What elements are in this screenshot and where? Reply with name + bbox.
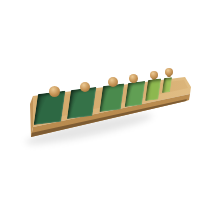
knob-5[interactable] (150, 71, 158, 79)
slot-3 (103, 86, 124, 112)
knob-1[interactable] (49, 86, 60, 97)
slot-4 (128, 83, 145, 107)
slot-1 (38, 94, 65, 125)
tablet-1[interactable] (34, 91, 66, 125)
slot-2 (71, 90, 96, 119)
product-photo (0, 0, 200, 200)
tablet-6[interactable] (162, 77, 172, 93)
knob-3[interactable] (108, 77, 118, 87)
tablet-4[interactable] (125, 81, 146, 107)
tablet-2[interactable] (67, 87, 97, 119)
slot-6 (164, 78, 172, 93)
slot-5 (148, 80, 161, 101)
knob-6[interactable] (165, 68, 173, 76)
knob-4[interactable] (129, 74, 138, 83)
knob-2[interactable] (80, 82, 90, 92)
tablet-3[interactable] (99, 83, 124, 112)
tablet-5[interactable] (145, 78, 161, 101)
